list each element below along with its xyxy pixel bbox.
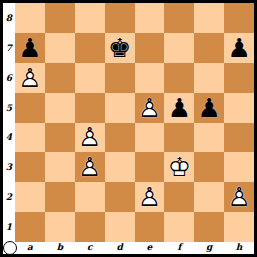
square-e3[interactable] bbox=[135, 152, 165, 182]
square-f6[interactable] bbox=[164, 63, 194, 93]
file-label-g: g bbox=[194, 242, 224, 254]
square-b5[interactable] bbox=[45, 93, 75, 123]
file-label-d: d bbox=[105, 242, 135, 254]
square-d3[interactable] bbox=[105, 152, 135, 182]
rank-label-2: 2 bbox=[3, 182, 15, 212]
black-pawn-a7[interactable]: ♟ bbox=[18, 35, 41, 61]
square-h4[interactable] bbox=[224, 123, 254, 153]
square-b2[interactable] bbox=[45, 182, 75, 212]
square-d4[interactable] bbox=[105, 123, 135, 153]
square-h3[interactable] bbox=[224, 152, 254, 182]
rank-label-3: 3 bbox=[3, 152, 15, 182]
square-g7[interactable] bbox=[194, 33, 224, 63]
white-pawn-a6[interactable]: ♟♙ bbox=[18, 65, 41, 91]
file-label-h: h bbox=[224, 242, 254, 254]
square-c6[interactable] bbox=[75, 63, 105, 93]
square-g3[interactable] bbox=[194, 152, 224, 182]
square-f3[interactable]: ♚♔ bbox=[164, 152, 194, 182]
file-labels: abcdefgh bbox=[15, 242, 254, 254]
square-f5[interactable]: ♟ bbox=[164, 93, 194, 123]
square-h5[interactable] bbox=[224, 93, 254, 123]
square-f8[interactable] bbox=[164, 3, 194, 33]
square-e6[interactable] bbox=[135, 63, 165, 93]
white-pawn-c4[interactable]: ♟♙ bbox=[78, 124, 101, 150]
black-pawn-h7[interactable]: ♟ bbox=[227, 35, 250, 61]
file-label-f: f bbox=[164, 242, 194, 254]
square-e1[interactable] bbox=[135, 212, 165, 242]
square-f7[interactable] bbox=[164, 33, 194, 63]
square-b4[interactable] bbox=[45, 123, 75, 153]
chess-diagram: 87654321 ♟♚♟♟♙♟♙♟♟♟♙♟♙♚♔♟♙♟♙ abcdefgh bbox=[0, 0, 257, 257]
square-a4[interactable] bbox=[15, 123, 45, 153]
white-pawn-e5[interactable]: ♟♙ bbox=[138, 95, 161, 121]
square-h6[interactable] bbox=[224, 63, 254, 93]
file-label-c: c bbox=[75, 242, 105, 254]
square-b1[interactable] bbox=[45, 212, 75, 242]
square-h2[interactable]: ♟♙ bbox=[224, 182, 254, 212]
rank-label-6: 6 bbox=[3, 63, 15, 93]
square-h8[interactable] bbox=[224, 3, 254, 33]
chess-board: ♟♚♟♟♙♟♙♟♟♟♙♟♙♚♔♟♙♟♙ bbox=[15, 3, 254, 242]
square-e7[interactable] bbox=[135, 33, 165, 63]
square-e8[interactable] bbox=[135, 3, 165, 33]
square-c8[interactable] bbox=[75, 3, 105, 33]
square-c4[interactable]: ♟♙ bbox=[75, 123, 105, 153]
square-a2[interactable] bbox=[15, 182, 45, 212]
square-h7[interactable]: ♟ bbox=[224, 33, 254, 63]
black-king-d7[interactable]: ♚ bbox=[108, 35, 131, 61]
square-f4[interactable] bbox=[164, 123, 194, 153]
square-d5[interactable] bbox=[105, 93, 135, 123]
square-g4[interactable] bbox=[194, 123, 224, 153]
rank-label-5: 5 bbox=[3, 93, 15, 123]
white-king-f3[interactable]: ♚♔ bbox=[168, 154, 191, 180]
square-c3[interactable]: ♟♙ bbox=[75, 152, 105, 182]
square-f2[interactable] bbox=[164, 182, 194, 212]
square-a8[interactable] bbox=[15, 3, 45, 33]
square-b7[interactable] bbox=[45, 33, 75, 63]
square-d6[interactable] bbox=[105, 63, 135, 93]
move-indicator-area bbox=[3, 242, 15, 254]
square-a5[interactable] bbox=[15, 93, 45, 123]
file-label-e: e bbox=[135, 242, 165, 254]
square-b6[interactable] bbox=[45, 63, 75, 93]
square-f1[interactable] bbox=[164, 212, 194, 242]
square-g6[interactable] bbox=[194, 63, 224, 93]
square-d7[interactable]: ♚ bbox=[105, 33, 135, 63]
square-a1[interactable] bbox=[15, 212, 45, 242]
square-e4[interactable] bbox=[135, 123, 165, 153]
square-b8[interactable] bbox=[45, 3, 75, 33]
square-d8[interactable] bbox=[105, 3, 135, 33]
white-pawn-e2[interactable]: ♟♙ bbox=[138, 184, 161, 210]
square-c7[interactable] bbox=[75, 33, 105, 63]
square-a7[interactable]: ♟ bbox=[15, 33, 45, 63]
white-to-move-indicator bbox=[3, 241, 17, 255]
rank-label-4: 4 bbox=[3, 123, 15, 153]
black-pawn-f5[interactable]: ♟ bbox=[168, 95, 191, 121]
file-label-b: b bbox=[45, 242, 75, 254]
white-pawn-h2[interactable]: ♟♙ bbox=[227, 184, 250, 210]
square-d1[interactable] bbox=[105, 212, 135, 242]
rank-labels: 87654321 bbox=[3, 3, 15, 242]
square-e5[interactable]: ♟♙ bbox=[135, 93, 165, 123]
square-g8[interactable] bbox=[194, 3, 224, 33]
square-g1[interactable] bbox=[194, 212, 224, 242]
rank-label-8: 8 bbox=[3, 3, 15, 33]
square-g5[interactable]: ♟ bbox=[194, 93, 224, 123]
rank-label-7: 7 bbox=[3, 33, 15, 63]
square-c1[interactable] bbox=[75, 212, 105, 242]
square-h1[interactable] bbox=[224, 212, 254, 242]
square-c2[interactable] bbox=[75, 182, 105, 212]
rank-label-1: 1 bbox=[3, 212, 15, 242]
square-a6[interactable]: ♟♙ bbox=[15, 63, 45, 93]
file-label-a: a bbox=[15, 242, 45, 254]
square-b3[interactable] bbox=[45, 152, 75, 182]
black-pawn-g5[interactable]: ♟ bbox=[198, 95, 221, 121]
square-d2[interactable] bbox=[105, 182, 135, 212]
square-g2[interactable] bbox=[194, 182, 224, 212]
square-a3[interactable] bbox=[15, 152, 45, 182]
square-e2[interactable]: ♟♙ bbox=[135, 182, 165, 212]
white-pawn-c3[interactable]: ♟♙ bbox=[78, 154, 101, 180]
square-c5[interactable] bbox=[75, 93, 105, 123]
